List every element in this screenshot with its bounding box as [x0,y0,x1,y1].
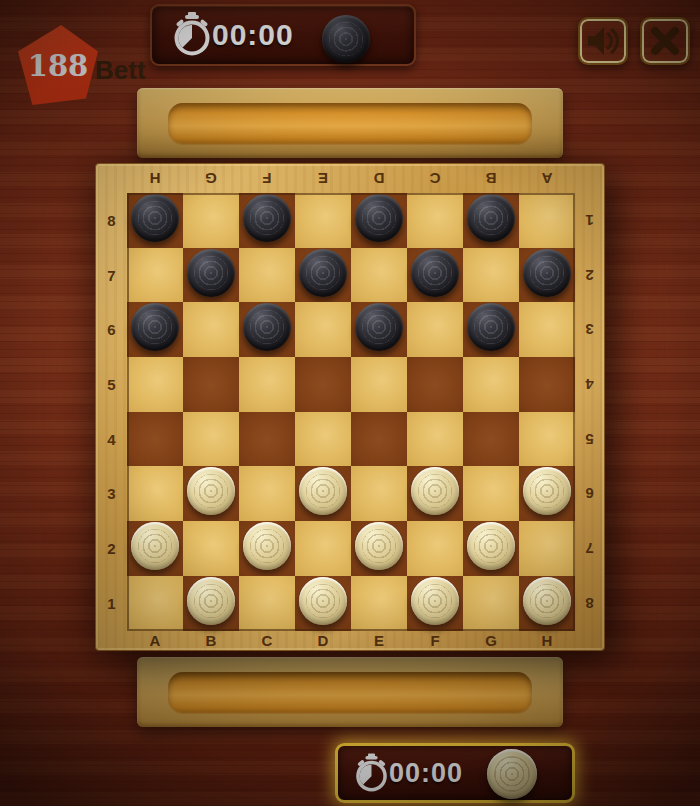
dark-piece-e6[interactable] [355,303,403,351]
sound-button[interactable] [578,17,628,65]
game-screen: 188 Bett 00:00 H [0,0,700,806]
tray-groove [168,672,532,714]
dark-piece-a8[interactable] [131,194,179,242]
file-label-bottom-c: C [239,631,295,650]
board-corner [575,631,604,650]
rank-label-left-3: 3 [96,466,127,521]
rank-label-right-5: 4 [575,357,604,412]
light-piece-a2[interactable] [131,522,179,570]
square-c6[interactable] [239,302,295,357]
rank-label-right-3: 6 [575,466,604,521]
dark-piece-c6[interactable] [243,303,291,351]
square-c8[interactable] [239,193,295,248]
square-b2[interactable] [183,521,239,576]
rank-label-left-1: 1 [96,576,127,631]
rank-label-left-5: 5 [96,357,127,412]
speaker-icon [586,25,620,57]
square-f8[interactable] [407,193,463,248]
file-label-top-a: A [519,164,575,193]
square-c4[interactable] [239,412,295,467]
file-label-top-e: E [295,164,351,193]
square-e3[interactable] [351,466,407,521]
dark-piece-g6[interactable] [467,303,515,351]
square-f3[interactable] [407,466,463,521]
file-label-bottom-d: D [295,631,351,650]
square-b6[interactable] [183,302,239,357]
square-g4[interactable] [463,412,519,467]
light-player-timer-panel: 00:00 [335,743,575,803]
square-g2[interactable] [463,521,519,576]
rank-label-right-8: 1 [575,193,604,248]
square-a3[interactable] [127,466,183,521]
light-piece-h3[interactable] [523,467,571,515]
logo-text: 188 [28,49,89,83]
square-g6[interactable] [463,302,519,357]
board-corner [96,164,127,193]
rank-label-right-1: 8 [575,576,604,631]
file-label-bottom-a: A [127,631,183,650]
file-label-top-h: H [127,164,183,193]
close-button[interactable] [640,17,690,65]
tray-groove [168,103,532,145]
stopwatch-icon [354,753,389,794]
light-player-piece-icon [487,749,537,799]
square-d4[interactable] [295,412,351,467]
square-h5[interactable] [519,357,575,412]
square-d5[interactable] [295,357,351,412]
light-piece-d1[interactable] [299,577,347,625]
stopwatch-icon [172,12,212,58]
rank-label-right-6: 3 [575,302,604,357]
square-h4[interactable] [519,412,575,467]
square-b3[interactable] [183,466,239,521]
dark-player-time: 00:00 [212,18,294,52]
logo-suffix-text: Bett [95,55,146,86]
square-g5[interactable] [463,357,519,412]
captured-pieces-tray-bottom [137,657,563,727]
logo-pentagon-icon: 188 [18,25,98,105]
square-f7[interactable] [407,248,463,303]
file-label-bottom-e: E [351,631,407,650]
square-g7[interactable] [463,248,519,303]
file-label-top-b: B [463,164,519,193]
square-h6[interactable] [519,302,575,357]
board-corner [96,631,127,650]
light-piece-f1[interactable] [411,577,459,625]
square-a4[interactable] [127,412,183,467]
light-piece-f3[interactable] [411,467,459,515]
dark-piece-f7[interactable] [411,249,459,297]
rank-label-left-2: 2 [96,521,127,576]
file-label-top-g: G [183,164,239,193]
square-g3[interactable] [463,466,519,521]
light-piece-g2[interactable] [467,522,515,570]
square-f4[interactable] [407,412,463,467]
dark-piece-a6[interactable] [131,303,179,351]
square-f1[interactable] [407,576,463,631]
file-label-bottom-b: B [183,631,239,650]
rank-label-left-4: 4 [96,412,127,467]
dark-player-timer-panel: 00:00 [150,4,416,66]
square-a7[interactable] [127,248,183,303]
square-d1[interactable] [295,576,351,631]
file-label-top-c: C [407,164,463,193]
close-icon [650,26,680,56]
light-piece-c2[interactable] [243,522,291,570]
square-b5[interactable] [183,357,239,412]
file-label-bottom-f: F [407,631,463,650]
square-e5[interactable] [351,357,407,412]
light-player-time: 00:00 [389,758,463,789]
square-e7[interactable] [351,248,407,303]
rank-label-right-4: 5 [575,412,604,467]
file-label-top-f: F [239,164,295,193]
square-e4[interactable] [351,412,407,467]
square-e1[interactable] [351,576,407,631]
square-g8[interactable] [463,193,519,248]
square-f5[interactable] [407,357,463,412]
square-b1[interactable] [183,576,239,631]
square-e2[interactable] [351,521,407,576]
board-corner [575,164,604,193]
light-piece-b1[interactable] [187,577,235,625]
rank-label-right-2: 7 [575,521,604,576]
square-d2[interactable] [295,521,351,576]
square-a1[interactable] [127,576,183,631]
checkers-board: HGFEDCBA8172635445362718ABCDEFGH [95,163,605,651]
square-g1[interactable] [463,576,519,631]
square-d8[interactable] [295,193,351,248]
square-h1[interactable] [519,576,575,631]
square-c5[interactable] [239,357,295,412]
square-d7[interactable] [295,248,351,303]
square-h3[interactable] [519,466,575,521]
square-f6[interactable] [407,302,463,357]
dark-piece-c8[interactable] [243,194,291,242]
square-h7[interactable] [519,248,575,303]
dark-player-piece-icon [322,15,370,63]
square-a6[interactable] [127,302,183,357]
board-grid: HGFEDCBA8172635445362718ABCDEFGH [96,164,604,650]
square-a2[interactable] [127,521,183,576]
rank-label-left-6: 6 [96,302,127,357]
light-piece-d3[interactable] [299,467,347,515]
square-c3[interactable] [239,466,295,521]
square-c1[interactable] [239,576,295,631]
dark-piece-d7[interactable] [299,249,347,297]
square-e6[interactable] [351,302,407,357]
dark-piece-b7[interactable] [187,249,235,297]
square-b7[interactable] [183,248,239,303]
file-label-top-d: D [351,164,407,193]
file-label-bottom-g: G [463,631,519,650]
file-label-bottom-h: H [519,631,575,650]
square-f2[interactable] [407,521,463,576]
dark-piece-h7[interactable] [523,249,571,297]
rank-label-left-8: 8 [96,193,127,248]
light-piece-h1[interactable] [523,577,571,625]
light-piece-e2[interactable] [355,522,403,570]
rank-label-right-7: 2 [575,248,604,303]
square-b4[interactable] [183,412,239,467]
rank-label-left-7: 7 [96,248,127,303]
square-d6[interactable] [295,302,351,357]
square-c2[interactable] [239,521,295,576]
captured-pieces-tray-top [137,88,563,158]
dark-piece-g8[interactable] [467,194,515,242]
light-piece-b3[interactable] [187,467,235,515]
dark-piece-e8[interactable] [355,194,403,242]
square-h2[interactable] [519,521,575,576]
brand-logo: 188 Bett [18,25,148,107]
square-d3[interactable] [295,466,351,521]
square-e8[interactable] [351,193,407,248]
square-b8[interactable] [183,193,239,248]
square-a8[interactable] [127,193,183,248]
square-h8[interactable] [519,193,575,248]
square-a5[interactable] [127,357,183,412]
square-c7[interactable] [239,248,295,303]
